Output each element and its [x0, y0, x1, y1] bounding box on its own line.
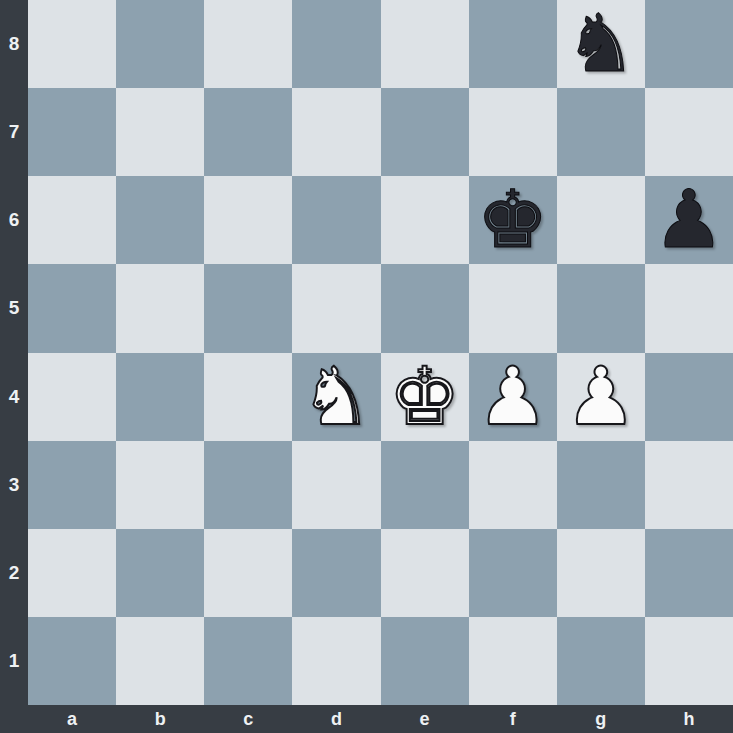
rank-labels: 8 7 6 5 4 3 2 1 — [0, 0, 28, 705]
black-pawn[interactable]: ♟ — [653, 176, 725, 264]
square-d6[interactable] — [292, 176, 380, 264]
rank-label-1: 1 — [0, 617, 28, 705]
file-label-d: d — [292, 705, 380, 733]
square-c5[interactable] — [204, 264, 292, 352]
square-f6[interactable]: ♚ — [469, 176, 557, 264]
square-f4[interactable]: ♟ — [469, 353, 557, 441]
rank-label-3: 3 — [0, 441, 28, 529]
square-a3[interactable] — [28, 441, 116, 529]
square-e6[interactable] — [381, 176, 469, 264]
square-b2[interactable] — [116, 529, 204, 617]
square-f8[interactable] — [469, 0, 557, 88]
square-g1[interactable] — [557, 617, 645, 705]
square-c1[interactable] — [204, 617, 292, 705]
square-a2[interactable] — [28, 529, 116, 617]
square-c2[interactable] — [204, 529, 292, 617]
square-d1[interactable] — [292, 617, 380, 705]
square-e4[interactable]: ♚ — [381, 353, 469, 441]
square-c7[interactable] — [204, 88, 292, 176]
square-f5[interactable] — [469, 264, 557, 352]
square-d2[interactable] — [292, 529, 380, 617]
file-label-e: e — [381, 705, 469, 733]
white-pawn[interactable]: ♟ — [565, 353, 637, 441]
square-f7[interactable] — [469, 88, 557, 176]
square-c6[interactable] — [204, 176, 292, 264]
square-b5[interactable] — [116, 264, 204, 352]
square-e1[interactable] — [381, 617, 469, 705]
square-f1[interactable] — [469, 617, 557, 705]
chessboard-frame: 8 7 6 5 4 3 2 1 ♞♚♟♞♚♟♟ a b c d e f g h — [0, 0, 733, 733]
rank-label-6: 6 — [0, 176, 28, 264]
white-king[interactable]: ♚ — [389, 353, 461, 441]
square-g7[interactable] — [557, 88, 645, 176]
square-b6[interactable] — [116, 176, 204, 264]
square-b1[interactable] — [116, 617, 204, 705]
square-c3[interactable] — [204, 441, 292, 529]
square-a1[interactable] — [28, 617, 116, 705]
square-e8[interactable] — [381, 0, 469, 88]
square-h2[interactable] — [645, 529, 733, 617]
square-h1[interactable] — [645, 617, 733, 705]
square-h3[interactable] — [645, 441, 733, 529]
square-h6[interactable]: ♟ — [645, 176, 733, 264]
board: ♞♚♟♞♚♟♟ — [28, 0, 733, 705]
rank-label-5: 5 — [0, 264, 28, 352]
file-label-h: h — [645, 705, 733, 733]
file-labels: a b c d e f g h — [28, 705, 733, 733]
square-b8[interactable] — [116, 0, 204, 88]
square-h7[interactable] — [645, 88, 733, 176]
white-pawn[interactable]: ♟ — [477, 353, 549, 441]
rank-label-4: 4 — [0, 353, 28, 441]
square-g6[interactable] — [557, 176, 645, 264]
square-d8[interactable] — [292, 0, 380, 88]
square-d7[interactable] — [292, 88, 380, 176]
frame-corner — [0, 705, 28, 733]
black-knight[interactable]: ♞ — [565, 0, 637, 88]
file-label-a: a — [28, 705, 116, 733]
square-g4[interactable]: ♟ — [557, 353, 645, 441]
square-g5[interactable] — [557, 264, 645, 352]
square-b3[interactable] — [116, 441, 204, 529]
square-d5[interactable] — [292, 264, 380, 352]
black-king[interactable]: ♚ — [477, 176, 549, 264]
square-a8[interactable] — [28, 0, 116, 88]
square-b4[interactable] — [116, 353, 204, 441]
square-e3[interactable] — [381, 441, 469, 529]
square-g2[interactable] — [557, 529, 645, 617]
square-b7[interactable] — [116, 88, 204, 176]
square-h8[interactable] — [645, 0, 733, 88]
file-label-f: f — [469, 705, 557, 733]
square-e2[interactable] — [381, 529, 469, 617]
square-g3[interactable] — [557, 441, 645, 529]
file-label-g: g — [557, 705, 645, 733]
square-a4[interactable] — [28, 353, 116, 441]
square-h4[interactable] — [645, 353, 733, 441]
square-d4[interactable]: ♞ — [292, 353, 380, 441]
square-a7[interactable] — [28, 88, 116, 176]
square-d3[interactable] — [292, 441, 380, 529]
square-g8[interactable]: ♞ — [557, 0, 645, 88]
file-label-b: b — [116, 705, 204, 733]
rank-label-8: 8 — [0, 0, 28, 88]
square-c4[interactable] — [204, 353, 292, 441]
file-label-c: c — [204, 705, 292, 733]
square-a5[interactable] — [28, 264, 116, 352]
square-a6[interactable] — [28, 176, 116, 264]
square-f2[interactable] — [469, 529, 557, 617]
square-e7[interactable] — [381, 88, 469, 176]
rank-label-2: 2 — [0, 529, 28, 617]
square-e5[interactable] — [381, 264, 469, 352]
white-knight[interactable]: ♞ — [301, 353, 373, 441]
square-h5[interactable] — [645, 264, 733, 352]
square-c8[interactable] — [204, 0, 292, 88]
rank-label-7: 7 — [0, 88, 28, 176]
square-f3[interactable] — [469, 441, 557, 529]
